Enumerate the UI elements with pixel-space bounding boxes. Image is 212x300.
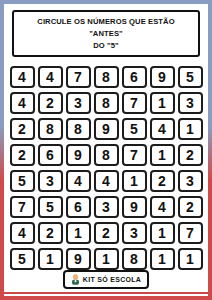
number-cell[interactable]: 7 xyxy=(122,144,147,166)
footer-logo: KIT SÓ ESCOLA xyxy=(63,270,149,289)
number-cell[interactable]: 5 xyxy=(178,66,203,88)
number-cell[interactable]: 2 xyxy=(38,222,63,244)
number-cell[interactable]: 1 xyxy=(178,248,203,270)
number-cell[interactable]: 4 xyxy=(94,170,119,192)
teacher-icon xyxy=(71,274,80,285)
number-cell[interactable]: 1 xyxy=(94,248,119,270)
number-cell[interactable]: 4 xyxy=(150,118,175,140)
number-cell[interactable]: 1 xyxy=(150,222,175,244)
number-cell[interactable]: 5 xyxy=(10,170,35,192)
number-cell[interactable]: 3 xyxy=(38,170,63,192)
numbers-grid: 4478695423871328895412698712534412375639… xyxy=(10,66,203,270)
number-cell[interactable]: 3 xyxy=(178,170,203,192)
title-line-2: DO "5" xyxy=(20,40,192,52)
number-cell[interactable]: 4 xyxy=(10,66,35,88)
worksheet-frame: CIRCULE OS NÚMEROS QUE ESTÃO "ANTES" DO … xyxy=(0,0,212,300)
number-cell[interactable]: 5 xyxy=(38,196,63,218)
title-line-1: CIRCULE OS NÚMEROS QUE ESTÃO "ANTES" xyxy=(20,16,192,40)
number-cell[interactable]: 1 xyxy=(150,144,175,166)
number-cell[interactable]: 8 xyxy=(66,118,91,140)
number-cell[interactable]: 2 xyxy=(10,118,35,140)
brand-name: KIT SÓ ESCOLA xyxy=(83,276,141,283)
number-cell[interactable]: 3 xyxy=(66,92,91,114)
number-cell[interactable]: 8 xyxy=(122,248,147,270)
number-cell[interactable]: 1 xyxy=(66,222,91,244)
number-cell[interactable]: 6 xyxy=(66,196,91,218)
number-cell[interactable]: 3 xyxy=(178,92,203,114)
number-cell[interactable]: 9 xyxy=(94,118,119,140)
number-cell[interactable]: 1 xyxy=(150,248,175,270)
number-cell[interactable]: 6 xyxy=(122,66,147,88)
number-cell[interactable]: 7 xyxy=(66,66,91,88)
number-cell[interactable]: 1 xyxy=(150,92,175,114)
number-cell[interactable]: 2 xyxy=(150,170,175,192)
number-cell[interactable]: 5 xyxy=(122,118,147,140)
number-cell[interactable]: 2 xyxy=(38,92,63,114)
number-cell[interactable]: 2 xyxy=(178,144,203,166)
number-cell[interactable]: 5 xyxy=(10,248,35,270)
worksheet-page: CIRCULE OS NÚMEROS QUE ESTÃO "ANTES" DO … xyxy=(4,4,208,296)
number-cell[interactable]: 9 xyxy=(122,196,147,218)
title-box: CIRCULE OS NÚMEROS QUE ESTÃO "ANTES" DO … xyxy=(12,10,200,57)
number-cell[interactable]: 9 xyxy=(66,248,91,270)
number-cell[interactable]: 4 xyxy=(38,66,63,88)
number-cell[interactable]: 6 xyxy=(38,144,63,166)
number-cell[interactable]: 7 xyxy=(10,196,35,218)
number-cell[interactable]: 1 xyxy=(178,118,203,140)
number-cell[interactable]: 4 xyxy=(10,222,35,244)
number-cell[interactable]: 7 xyxy=(122,92,147,114)
number-cell[interactable]: 9 xyxy=(150,66,175,88)
number-cell[interactable]: 2 xyxy=(94,222,119,244)
number-cell[interactable]: 3 xyxy=(94,196,119,218)
number-cell[interactable]: 7 xyxy=(178,222,203,244)
number-cell[interactable]: 1 xyxy=(122,170,147,192)
number-cell[interactable]: 8 xyxy=(94,144,119,166)
number-cell[interactable]: 8 xyxy=(94,92,119,114)
number-cell[interactable]: 2 xyxy=(10,144,35,166)
number-cell[interactable]: 4 xyxy=(10,92,35,114)
number-cell[interactable]: 2 xyxy=(178,196,203,218)
number-cell[interactable]: 8 xyxy=(94,66,119,88)
number-cell[interactable]: 4 xyxy=(66,170,91,192)
number-cell[interactable]: 1 xyxy=(38,248,63,270)
number-cell[interactable]: 9 xyxy=(66,144,91,166)
number-cell[interactable]: 4 xyxy=(150,196,175,218)
number-cell[interactable]: 3 xyxy=(122,222,147,244)
number-cell[interactable]: 8 xyxy=(38,118,63,140)
